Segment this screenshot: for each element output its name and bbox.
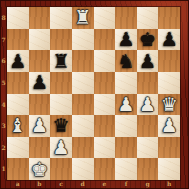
square-a6[interactable]: ♟	[7, 50, 29, 72]
rank-label-8: 8	[0, 7, 7, 29]
square-f7[interactable]: ♟	[115, 29, 137, 51]
square-d5[interactable]	[72, 72, 94, 94]
board-grid: ♜♟♚♟♟♜♞♟♟♟♟♛♝♟♛♟♟♚	[7, 7, 180, 180]
square-c3[interactable]: ♛	[50, 115, 72, 137]
white-queen-h4-piece: ♛	[161, 94, 178, 113]
file-label-g: g	[137, 180, 159, 189]
black-pawn-g6-piece: ♟	[139, 51, 156, 70]
square-d6[interactable]	[72, 50, 94, 72]
square-f5[interactable]	[115, 72, 137, 94]
square-f1[interactable]	[115, 158, 137, 180]
square-d2[interactable]	[72, 137, 94, 159]
white-pawn-h3-piece: ♟	[161, 116, 178, 135]
square-c7[interactable]	[50, 29, 72, 51]
square-f3[interactable]	[115, 115, 137, 137]
white-pawn-c2-piece: ♟	[53, 138, 70, 157]
file-label-d: d	[72, 180, 94, 189]
square-a2[interactable]	[7, 137, 29, 159]
white-rook-d8-piece: ♜	[74, 8, 91, 27]
square-a1[interactable]	[7, 158, 29, 180]
square-a5[interactable]	[7, 72, 29, 94]
black-knight-f6-piece: ♞	[117, 51, 134, 70]
square-a4[interactable]	[7, 94, 29, 116]
rank-label-7: 7	[0, 29, 7, 51]
black-pawn-b5-piece: ♟	[31, 73, 48, 92]
square-h6[interactable]	[158, 50, 180, 72]
rank-label-1: 1	[0, 158, 7, 180]
white-king-b1-piece: ♚	[31, 159, 48, 178]
square-d4[interactable]	[72, 94, 94, 116]
black-pawn-a6-piece: ♟	[9, 51, 26, 70]
square-d8[interactable]: ♜	[72, 7, 94, 29]
square-h4[interactable]: ♛	[158, 94, 180, 116]
white-pawn-f4-piece: ♟	[117, 94, 134, 113]
square-h5[interactable]	[158, 72, 180, 94]
white-pawn-g4-piece: ♟	[139, 94, 156, 113]
square-f4[interactable]: ♟	[115, 94, 137, 116]
file-label-h: h	[158, 180, 180, 189]
square-f8[interactable]	[115, 7, 137, 29]
white-pawn-b3-piece: ♟	[31, 116, 48, 135]
square-c1[interactable]	[50, 158, 72, 180]
square-g2[interactable]	[137, 137, 159, 159]
square-b4[interactable]	[29, 94, 51, 116]
square-g5[interactable]	[137, 72, 159, 94]
chess-board: ♜♟♚♟♟♜♞♟♟♟♟♛♝♟♛♟♟♚ 87654321 abcdefgh	[0, 0, 189, 189]
square-h3[interactable]: ♟	[158, 115, 180, 137]
rank-label-6: 6	[0, 50, 7, 72]
square-c4[interactable]	[50, 94, 72, 116]
square-d3[interactable]	[72, 115, 94, 137]
square-e7[interactable]	[94, 29, 116, 51]
square-c2[interactable]: ♟	[50, 137, 72, 159]
file-label-f: f	[115, 180, 137, 189]
rank-label-4: 4	[0, 94, 7, 116]
rank-label-3: 3	[0, 115, 7, 137]
square-b3[interactable]: ♟	[29, 115, 51, 137]
square-e2[interactable]	[94, 137, 116, 159]
square-e1[interactable]	[94, 158, 116, 180]
black-pawn-f7-piece: ♟	[117, 29, 134, 48]
square-g4[interactable]: ♟	[137, 94, 159, 116]
square-e3[interactable]	[94, 115, 116, 137]
square-d7[interactable]	[72, 29, 94, 51]
square-b6[interactable]	[29, 50, 51, 72]
square-f6[interactable]: ♞	[115, 50, 137, 72]
file-label-e: e	[94, 180, 116, 189]
square-g7[interactable]: ♚	[137, 29, 159, 51]
rank-label-5: 5	[0, 72, 7, 94]
square-g1[interactable]	[137, 158, 159, 180]
square-e6[interactable]	[94, 50, 116, 72]
square-e8[interactable]	[94, 7, 116, 29]
rank-label-2: 2	[0, 137, 7, 159]
square-d1[interactable]	[72, 158, 94, 180]
file-label-a: a	[7, 180, 29, 189]
square-c6[interactable]: ♜	[50, 50, 72, 72]
square-g3[interactable]	[137, 115, 159, 137]
square-b7[interactable]	[29, 29, 51, 51]
square-c8[interactable]	[50, 7, 72, 29]
square-h7[interactable]: ♟	[158, 29, 180, 51]
square-f2[interactable]	[115, 137, 137, 159]
square-e4[interactable]	[94, 94, 116, 116]
square-b8[interactable]	[29, 7, 51, 29]
black-queen-c3-piece: ♛	[53, 116, 70, 135]
square-b1[interactable]: ♚	[29, 158, 51, 180]
square-b5[interactable]: ♟	[29, 72, 51, 94]
square-g6[interactable]: ♟	[137, 50, 159, 72]
square-h2[interactable]	[158, 137, 180, 159]
file-label-c: c	[50, 180, 72, 189]
square-c5[interactable]	[50, 72, 72, 94]
square-b2[interactable]	[29, 137, 51, 159]
square-a3[interactable]: ♝	[7, 115, 29, 137]
square-a8[interactable]	[7, 7, 29, 29]
black-pawn-h7-piece: ♟	[161, 29, 178, 48]
square-h1[interactable]	[158, 158, 180, 180]
square-g8[interactable]	[137, 7, 159, 29]
black-rook-c6-piece: ♜	[53, 51, 70, 70]
white-bishop-a3-piece: ♝	[9, 116, 26, 135]
square-e5[interactable]	[94, 72, 116, 94]
black-king-g7-piece: ♚	[139, 29, 156, 48]
file-label-b: b	[29, 180, 51, 189]
square-a7[interactable]	[7, 29, 29, 51]
square-h8[interactable]	[158, 7, 180, 29]
